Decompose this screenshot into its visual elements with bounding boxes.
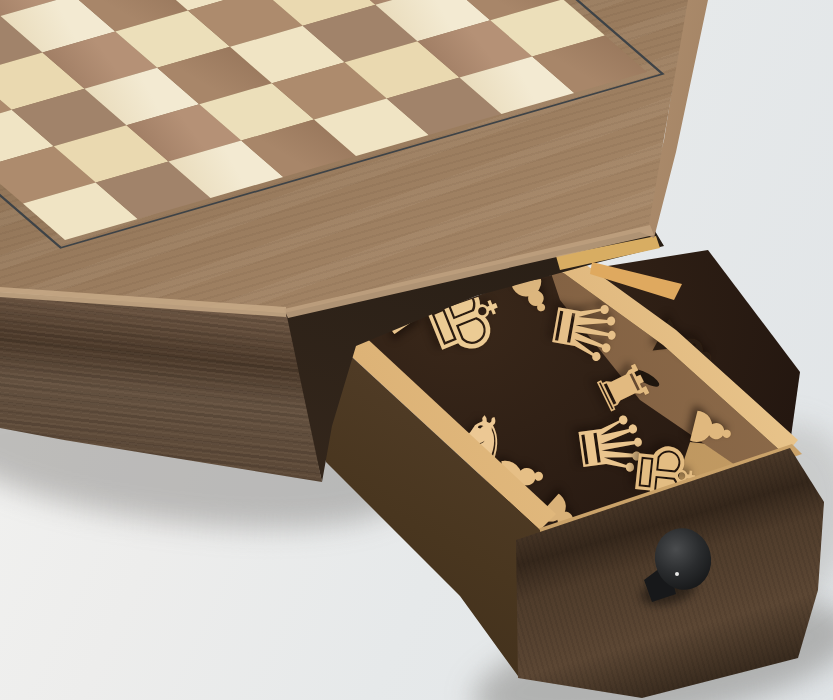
chess-box-photo: ♟♚♟♛♝♜♞♝♟♛♚♟♟ — [0, 0, 833, 700]
piece-felt-base — [631, 366, 662, 390]
chess-piece-rook: ♜ — [585, 352, 660, 424]
knob-highlight — [675, 572, 679, 576]
chess-piece-queen: ♛ — [563, 403, 657, 489]
chess-piece-pawn: ♟ — [680, 401, 742, 459]
chessboard — [0, 0, 647, 240]
